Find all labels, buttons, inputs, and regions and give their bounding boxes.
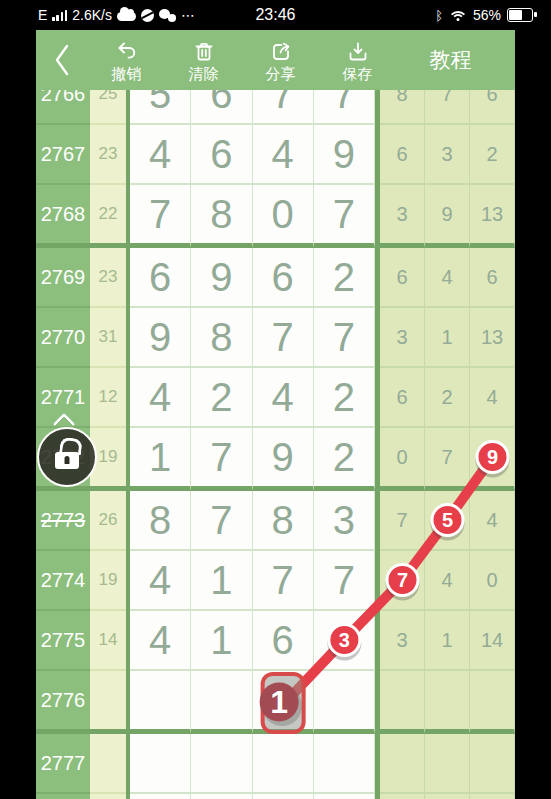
stat-cell[interactable] [425,734,470,794]
digit-cell[interactable]: 6 [130,248,191,308]
digit-cell[interactable]: 6 [191,125,252,185]
digit-cell[interactable] [130,734,191,794]
sum-cell: 19 [90,551,126,611]
digit-cell[interactable]: 2 [314,428,375,491]
wifi-icon [449,9,467,22]
period-cell: 2776 [36,671,90,734]
stat-cell[interactable]: 6 [380,368,425,428]
digit-cell[interactable] [314,794,375,799]
battery-icon [507,8,533,22]
stat-cell[interactable]: 9 [425,185,470,248]
digit-cell[interactable]: 6 [191,90,252,125]
stat-cell[interactable]: 4 [470,491,515,551]
stat-cell[interactable] [425,491,470,551]
digit-cell[interactable]: 4 [130,611,191,671]
stat-cell[interactable]: 6 [470,248,515,308]
table-row: 277219179207 [36,428,515,491]
stat-cell[interactable] [380,734,425,794]
digit-cell[interactable]: 7 [314,551,375,611]
table-row: 2769236962646 [36,248,515,308]
sum-cell: 25 [90,90,126,125]
sum-cell [90,734,126,794]
stat-cell[interactable]: 2 [425,368,470,428]
digit-cell[interactable] [130,794,191,799]
share-label: 分享 [266,66,296,81]
stat-cell[interactable]: 0 [380,428,425,491]
sum-cell: 22 [90,185,126,248]
stat-cell[interactable] [470,428,515,491]
stat-cell[interactable]: 2 [470,125,515,185]
clear-label: 清除 [189,66,219,81]
stat-cell[interactable] [380,671,425,734]
table-row: 27703198773113 [36,308,515,368]
digit-cell[interactable]: 4 [130,125,191,185]
save-button[interactable]: 保存 [319,30,396,90]
share-icon [269,40,293,64]
stat-cell[interactable] [425,794,470,799]
stat-cell[interactable]: 13 [470,185,515,248]
save-icon [346,40,370,64]
digit-cell[interactable]: 7 [191,491,252,551]
status-bar: E 2.6K/s ⋯ 23:46 ᛒ 56% [0,0,551,30]
digit-cell[interactable]: 7 [253,308,314,368]
period-cell [36,794,90,799]
toolbar: 撤销 清除 分享 保存 教程 [36,30,515,90]
stat-cell[interactable]: 7 [425,90,470,125]
digit-cell[interactable]: 8 [191,185,252,248]
number-table: 2766255677876276723464963227682278073913… [36,90,515,799]
stat-cell[interactable]: 3 [380,611,425,671]
stat-cell[interactable]: 6 [380,125,425,185]
digit-cell[interactable]: 8 [191,308,252,368]
digit-cell[interactable]: 5 [130,90,191,125]
undo-button[interactable]: 撤销 [88,30,165,90]
digit-cell[interactable]: 9 [191,248,252,308]
table-row: 27682278073913 [36,185,515,248]
stat-cell[interactable] [470,734,515,794]
digit-cell[interactable]: 9 [314,125,375,185]
save-label: 保存 [343,66,373,81]
digit-cell[interactable]: 7 [253,90,314,125]
period-cell: 2767 [36,125,90,185]
digit-cell[interactable]: 8 [130,491,191,551]
digit-cell[interactable]: 7 [191,428,252,491]
phone-screen: E 2.6K/s ⋯ 23:46 ᛒ 56% 撤销 [0,0,551,799]
stat-cell[interactable]: 7 [425,428,470,491]
stat-cell[interactable]: 3 [380,308,425,368]
digit-cell[interactable]: 1 [130,428,191,491]
app-window: 撤销 清除 分享 保存 教程 2766255677876276723464963… [36,30,515,799]
table-row: 277419417740 [36,551,515,611]
stat-cell[interactable] [425,671,470,734]
stat-cell[interactable]: 4 [425,248,470,308]
digit-cell[interactable]: 7 [314,185,375,248]
stat-cell[interactable]: 1 [425,308,470,368]
digit-cell[interactable]: 3 [314,491,375,551]
sum-cell [90,794,126,799]
digit-cell[interactable] [314,671,375,734]
table-row: 2767234649632 [36,125,515,185]
stat-cell[interactable]: 6 [380,248,425,308]
digit-cell[interactable]: 7 [130,185,191,248]
digit-cell[interactable]: 9 [253,428,314,491]
sum-cell: 12 [90,368,126,428]
period-cell: 2777 [36,734,90,794]
bluetooth-icon: ᛒ [435,9,443,22]
stat-cell[interactable]: 3 [425,125,470,185]
period-cell: 2766 [36,90,90,125]
digit-cell[interactable]: 4 [130,551,191,611]
digit-cell[interactable] [253,734,314,794]
stat-cell[interactable]: 14 [470,611,515,671]
tutorial-button[interactable]: 教程 [396,46,515,74]
sum-cell: 23 [90,125,126,185]
stat-cell[interactable]: 13 [470,308,515,368]
stat-cell[interactable]: 1 [425,611,470,671]
period-cell: 2774 [36,551,90,611]
sum-cell: 14 [90,611,126,671]
sum-cell: 26 [90,491,126,551]
table-row: 2777 [36,734,515,794]
digit-cell[interactable]: 2 [314,248,375,308]
period-cell: 2775 [36,611,90,671]
digit-cell[interactable] [191,734,252,794]
table-row: 2776 [36,671,515,734]
digit-cell[interactable] [314,734,375,794]
stat-cell[interactable] [380,794,425,799]
stat-cell[interactable] [470,671,515,734]
digit-cell[interactable] [191,671,252,734]
digit-cell[interactable] [253,671,314,734]
sum-cell [90,671,126,734]
clear-button[interactable]: 清除 [165,30,242,90]
sum-cell: 23 [90,248,126,308]
status-right: ᛒ 56% [435,7,537,23]
stat-cell[interactable]: 4 [425,551,470,611]
digit-cell[interactable]: 6 [253,611,314,671]
chart-scroll-area[interactable]: 2766255677876276723464963227682278073913… [36,90,515,799]
period-cell: 2768 [36,185,90,248]
digit-cell[interactable]: 4 [130,368,191,428]
stat-cell[interactable] [380,551,425,611]
digit-cell[interactable] [314,611,375,671]
digit-cell[interactable]: 1 [191,611,252,671]
stat-cell[interactable]: 7 [380,491,425,551]
digit-cell[interactable]: 1 [191,551,252,611]
share-button[interactable]: 分享 [242,30,319,90]
digit-cell[interactable]: 2 [191,368,252,428]
period-cell: 2773 [36,491,90,551]
stat-cell[interactable]: 4 [470,368,515,428]
digit-cell[interactable] [130,671,191,734]
lock-button[interactable] [37,427,97,487]
digit-cell[interactable]: 4 [253,125,314,185]
digit-cell[interactable]: 7 [314,90,375,125]
digit-cell[interactable]: 0 [253,185,314,248]
digit-cell[interactable]: 8 [253,491,314,551]
table-row [36,794,515,799]
sum-cell: 31 [90,308,126,368]
table-row: 2775144163114 [36,611,515,671]
undo-icon [114,40,139,64]
period-cell: 2769 [36,248,90,308]
stat-cell[interactable]: 3 [380,185,425,248]
undo-label: 撤销 [112,66,142,81]
digit-cell[interactable]: 4 [253,368,314,428]
stat-cell[interactable]: 0 [470,551,515,611]
table-row: 2766255677876 [36,90,515,125]
digit-cell[interactable]: 2 [314,368,375,428]
digit-cell[interactable]: 7 [314,308,375,368]
stat-cell[interactable] [470,794,515,799]
battery-percent: 56% [473,7,501,23]
digit-cell[interactable]: 6 [253,248,314,308]
digit-cell[interactable]: 7 [253,551,314,611]
back-button[interactable] [36,30,88,90]
chevron-left-icon [51,43,73,77]
stat-cell[interactable]: 6 [470,90,515,125]
table-row: 277326878374 [36,491,515,551]
period-cell: 2770 [36,308,90,368]
table-row: 2771124242624 [36,368,515,428]
trash-icon [192,40,216,64]
stat-cell[interactable]: 8 [380,90,425,125]
digit-cell[interactable] [253,794,314,799]
digit-cell[interactable]: 9 [130,308,191,368]
digit-cell[interactable] [191,794,252,799]
